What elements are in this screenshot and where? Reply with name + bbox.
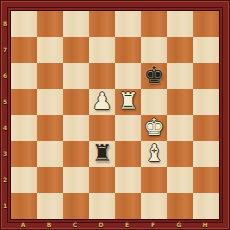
black-rook[interactable]: ♜ xyxy=(89,141,115,167)
square-b7[interactable] xyxy=(37,37,63,63)
square-b5[interactable] xyxy=(37,89,63,115)
square-h3[interactable] xyxy=(193,141,219,167)
square-h5[interactable] xyxy=(193,89,219,115)
rank-label-1: 1 xyxy=(0,192,10,218)
square-g1[interactable] xyxy=(167,193,193,219)
square-h8[interactable] xyxy=(193,11,219,37)
square-e1[interactable] xyxy=(115,193,141,219)
square-h6[interactable] xyxy=(193,63,219,89)
square-b3[interactable] xyxy=(37,141,63,167)
square-a8[interactable] xyxy=(11,11,37,37)
square-c6[interactable] xyxy=(63,63,89,89)
square-b2[interactable] xyxy=(37,167,63,193)
square-d1[interactable] xyxy=(89,193,115,219)
rank-label-2: 2 xyxy=(0,166,10,192)
square-e6[interactable] xyxy=(115,63,141,89)
square-d3[interactable]: ♜ xyxy=(89,141,115,167)
square-c7[interactable] xyxy=(63,37,89,63)
square-a6[interactable] xyxy=(11,63,37,89)
square-g2[interactable] xyxy=(167,167,193,193)
square-b6[interactable] xyxy=(37,63,63,89)
square-a7[interactable] xyxy=(11,37,37,63)
file-labels: ABCDEFGH xyxy=(10,219,220,230)
square-c5[interactable] xyxy=(63,89,89,115)
square-c3[interactable] xyxy=(63,141,89,167)
square-e2[interactable] xyxy=(115,167,141,193)
square-e3[interactable] xyxy=(115,141,141,167)
file-label-b: B xyxy=(36,219,62,230)
square-e5[interactable]: ♜ xyxy=(115,89,141,115)
rank-label-7: 7 xyxy=(0,36,10,62)
white-pawn[interactable]: ♟ xyxy=(89,89,115,115)
square-f2[interactable] xyxy=(141,167,167,193)
square-d8[interactable] xyxy=(89,11,115,37)
square-f6[interactable]: ♚ xyxy=(141,63,167,89)
square-f8[interactable] xyxy=(141,11,167,37)
white-rook[interactable]: ♜ xyxy=(115,89,141,115)
file-label-g: G xyxy=(166,219,192,230)
square-a1[interactable] xyxy=(11,193,37,219)
square-a3[interactable] xyxy=(11,141,37,167)
rank-label-4: 4 xyxy=(0,114,10,140)
square-c4[interactable] xyxy=(63,115,89,141)
rank-label-8: 8 xyxy=(0,10,10,36)
square-g6[interactable] xyxy=(167,63,193,89)
square-b8[interactable] xyxy=(37,11,63,37)
square-h1[interactable] xyxy=(193,193,219,219)
square-e8[interactable] xyxy=(115,11,141,37)
rank-label-5: 5 xyxy=(0,88,10,114)
board-grid: ♚♟♜♚♜♝ xyxy=(10,10,220,220)
file-label-f: F xyxy=(140,219,166,230)
file-label-a: A xyxy=(10,219,36,230)
square-d7[interactable] xyxy=(89,37,115,63)
square-c1[interactable] xyxy=(63,193,89,219)
square-d6[interactable] xyxy=(89,63,115,89)
square-f4[interactable]: ♚ xyxy=(141,115,167,141)
square-a5[interactable] xyxy=(11,89,37,115)
square-h2[interactable] xyxy=(193,167,219,193)
square-g5[interactable] xyxy=(167,89,193,115)
square-f1[interactable] xyxy=(141,193,167,219)
white-bishop[interactable]: ♝ xyxy=(141,141,167,167)
rank-label-6: 6 xyxy=(0,62,10,88)
square-b1[interactable] xyxy=(37,193,63,219)
square-g7[interactable] xyxy=(167,37,193,63)
file-label-d: D xyxy=(88,219,114,230)
square-g3[interactable] xyxy=(167,141,193,167)
square-g4[interactable] xyxy=(167,115,193,141)
square-f7[interactable] xyxy=(141,37,167,63)
square-a2[interactable] xyxy=(11,167,37,193)
square-d4[interactable] xyxy=(89,115,115,141)
square-e7[interactable] xyxy=(115,37,141,63)
square-d2[interactable] xyxy=(89,167,115,193)
square-e4[interactable] xyxy=(115,115,141,141)
square-h7[interactable] xyxy=(193,37,219,63)
file-label-c: C xyxy=(62,219,88,230)
square-f5[interactable] xyxy=(141,89,167,115)
square-c8[interactable] xyxy=(63,11,89,37)
square-f3[interactable]: ♝ xyxy=(141,141,167,167)
square-d5[interactable]: ♟ xyxy=(89,89,115,115)
square-c2[interactable] xyxy=(63,167,89,193)
square-a4[interactable] xyxy=(11,115,37,141)
square-b4[interactable] xyxy=(37,115,63,141)
black-king[interactable]: ♚ xyxy=(141,63,167,89)
chess-board-frame: 87654321 ♚♟♜♚♜♝ ABCDEFGH xyxy=(0,0,230,230)
file-label-e: E xyxy=(114,219,140,230)
rank-labels: 87654321 xyxy=(0,10,10,220)
rank-label-3: 3 xyxy=(0,140,10,166)
square-h4[interactable] xyxy=(193,115,219,141)
file-label-h: H xyxy=(192,219,218,230)
white-king[interactable]: ♚ xyxy=(141,115,167,141)
square-g8[interactable] xyxy=(167,11,193,37)
